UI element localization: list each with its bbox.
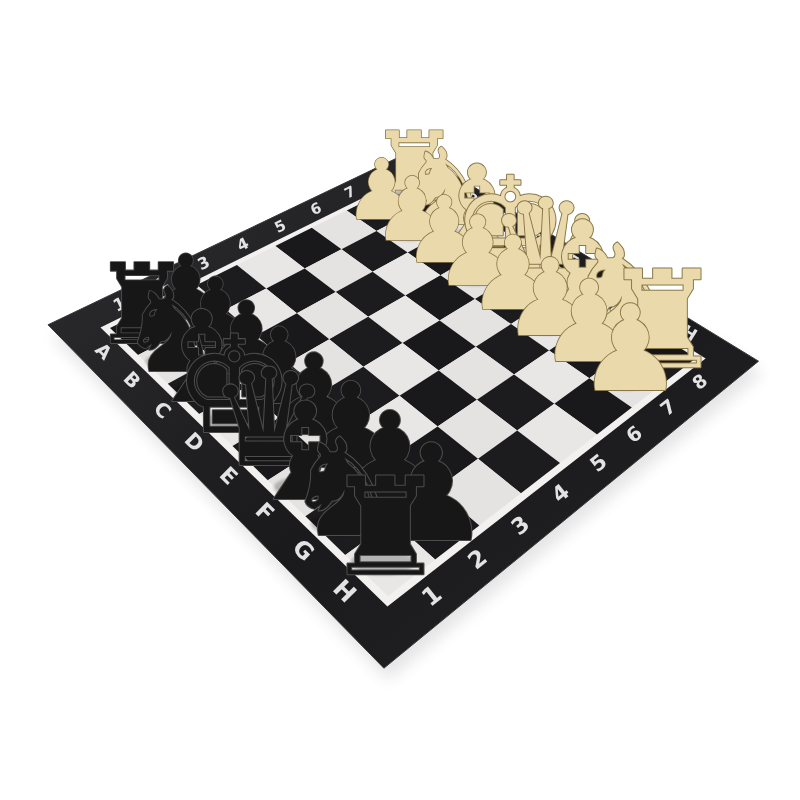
product-photo-chess-mat: AABBCCDDEEFFGGHH1122334455667788♜♟♞♟♝♟♚♟… [0, 0, 800, 800]
piece-black-rook-h1: ♜ [325, 449, 446, 606]
piece-white-pawn-h7: ♟ [577, 281, 684, 419]
chess-board: AABBCCDDEEFFGGHH1122334455667788♜♟♞♟♝♟♚♟… [0, 0, 800, 800]
